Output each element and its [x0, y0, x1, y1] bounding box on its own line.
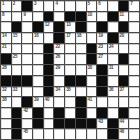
- white-cell-r6c11[interactable]: [108, 54, 118, 64]
- clue-number: 28: [2, 65, 6, 70]
- white-cell-r1c1[interactable]: 1: [1, 1, 11, 11]
- white-cell-r1c10[interactable]: 6: [97, 1, 107, 11]
- white-cell-r10c13[interactable]: [129, 97, 139, 107]
- white-cell-r7c8[interactable]: [76, 65, 86, 75]
- white-cell-r9c9[interactable]: [87, 87, 97, 97]
- white-cell-r7c7[interactable]: [65, 65, 75, 75]
- clue-number: 44: [120, 119, 124, 124]
- white-cell-r2c4[interactable]: [33, 12, 43, 22]
- white-cell-r11c11[interactable]: [108, 108, 118, 118]
- white-cell-r6c6[interactable]: 26: [54, 54, 64, 64]
- black-cell-r1c12: [119, 1, 129, 11]
- white-cell-r3c7[interactable]: 13: [65, 22, 75, 32]
- white-cell-r5c2[interactable]: [12, 44, 22, 54]
- white-cell-r9c2[interactable]: 33: [12, 87, 22, 97]
- white-cell-r7c9[interactable]: 30: [87, 65, 97, 75]
- white-cell-r5c13[interactable]: [129, 44, 139, 54]
- white-cell-r5c8[interactable]: [76, 44, 86, 54]
- white-cell-r6c10[interactable]: 27: [97, 54, 107, 64]
- black-cell-r8c2: [12, 76, 22, 86]
- white-cell-r12c12[interactable]: 44: [119, 119, 129, 129]
- clue-number: 17: [66, 33, 70, 38]
- white-cell-r5c6[interactable]: 22: [54, 44, 64, 54]
- white-cell-r10c7[interactable]: [65, 97, 75, 107]
- white-cell-r9c6[interactable]: 34: [54, 87, 64, 97]
- white-cell-r4c12[interactable]: 20: [119, 33, 129, 43]
- white-cell-r13c3[interactable]: 45: [22, 129, 32, 139]
- black-cell-r2c11: [108, 12, 118, 22]
- white-cell-r2c9[interactable]: 10: [87, 12, 97, 22]
- black-cell-r7c5: [44, 65, 54, 75]
- black-cell-r12c7: [65, 119, 75, 129]
- white-cell-r6c7[interactable]: [65, 54, 75, 64]
- white-cell-r4c10[interactable]: 19: [97, 33, 107, 43]
- black-cell-r8c8: [76, 76, 86, 86]
- clue-number: 2: [13, 1, 15, 6]
- white-cell-r6c2[interactable]: 25: [12, 54, 22, 64]
- clue-number: 31: [109, 65, 113, 70]
- white-cell-r10c9[interactable]: 41: [87, 97, 97, 107]
- white-cell-r5c3[interactable]: [22, 44, 32, 54]
- white-cell-r7c6[interactable]: 29: [54, 65, 64, 75]
- white-cell-r1c13[interactable]: 7: [129, 1, 139, 11]
- black-cell-r9c10: [97, 87, 107, 97]
- black-cell-r10c8: [76, 97, 86, 107]
- white-cell-r5c7[interactable]: [65, 44, 75, 54]
- clue-number: 45: [23, 129, 27, 134]
- white-cell-r5c12[interactable]: [119, 44, 129, 54]
- black-cell-r12c6: [54, 119, 64, 129]
- white-cell-r1c11[interactable]: [108, 1, 118, 11]
- black-cell-r3c2: [12, 22, 22, 32]
- white-cell-r2c6[interactable]: [54, 12, 64, 22]
- clue-number: 27: [98, 54, 102, 59]
- black-cell-r3c12: [119, 22, 129, 32]
- white-cell-r1c9[interactable]: 5: [87, 1, 97, 11]
- clue-number: 37: [120, 87, 124, 92]
- black-cell-r5c5: [44, 44, 54, 54]
- black-cell-r8c10: [97, 76, 107, 86]
- black-cell-r12c4: [33, 119, 43, 129]
- white-cell-r3c5[interactable]: 12: [44, 22, 54, 32]
- white-cell-r1c5[interactable]: [44, 1, 54, 11]
- black-cell-r11c12: [119, 108, 129, 118]
- black-cell-r9c5: [44, 87, 54, 97]
- white-cell-r10c10[interactable]: [97, 97, 107, 107]
- black-cell-r8c3: [22, 76, 32, 86]
- white-cell-r13c9[interactable]: [87, 129, 97, 139]
- white-cell-r12c5[interactable]: [44, 119, 54, 129]
- black-cell-r2c7: [65, 12, 75, 22]
- clue-number: 39: [34, 97, 38, 102]
- white-cell-r4c13[interactable]: [129, 33, 139, 43]
- white-cell-r8c11[interactable]: [108, 76, 118, 86]
- black-cell-r3c10: [97, 22, 107, 32]
- white-cell-r13c1[interactable]: [1, 129, 11, 139]
- black-cell-r5c9: [87, 44, 97, 54]
- black-cell-r8c7: [65, 76, 75, 86]
- white-cell-r6c8[interactable]: [76, 54, 86, 64]
- black-cell-r12c8: [76, 119, 86, 129]
- white-cell-r2c10[interactable]: [97, 12, 107, 22]
- clue-number: 35: [66, 87, 70, 92]
- clue-number: 36: [109, 87, 113, 92]
- white-cell-r5c4[interactable]: [33, 44, 43, 54]
- clue-number: 5: [88, 1, 90, 6]
- clue-number: 16: [34, 33, 38, 38]
- white-cell-r8c4[interactable]: [33, 76, 43, 86]
- black-cell-r7c10: [97, 65, 107, 75]
- white-cell-r4c4[interactable]: 16: [33, 33, 43, 43]
- white-cell-r1c6[interactable]: 4: [54, 1, 64, 11]
- clue-number: 1: [2, 1, 4, 6]
- clue-number: 43: [98, 119, 102, 124]
- clue-number: 18: [77, 33, 81, 38]
- white-cell-r9c13[interactable]: [129, 87, 139, 97]
- black-cell-r2c8: [76, 12, 86, 22]
- clue-number: 34: [55, 87, 59, 92]
- white-cell-r4c2[interactable]: 15: [12, 33, 22, 43]
- white-cell-r10c5[interactable]: 40: [44, 97, 54, 107]
- white-cell-r13c5[interactable]: [44, 129, 54, 139]
- black-cell-r12c2: [12, 119, 22, 129]
- white-cell-r13c12[interactable]: 46: [119, 129, 129, 139]
- white-cell-r9c8[interactable]: [76, 87, 86, 97]
- black-cell-r4c11: [108, 33, 118, 43]
- white-cell-r11c9[interactable]: [87, 108, 97, 118]
- black-cell-r11c6: [54, 108, 64, 118]
- white-cell-r2c1[interactable]: 8: [1, 12, 11, 22]
- white-cell-r3c11[interactable]: [108, 22, 118, 32]
- clue-number: 7: [130, 1, 132, 6]
- black-cell-r3c6: [54, 22, 64, 32]
- clue-number: 4: [55, 1, 57, 6]
- black-cell-r2c5: [44, 12, 54, 22]
- white-cell-r10c1[interactable]: 38: [1, 97, 11, 107]
- white-cell-r7c4[interactable]: [33, 65, 43, 75]
- clue-number: 8: [2, 12, 4, 17]
- black-cell-r1c3: [22, 1, 32, 11]
- black-cell-r8c1: [1, 76, 11, 86]
- white-cell-r4c8[interactable]: 18: [76, 33, 86, 43]
- white-cell-r7c12[interactable]: [119, 65, 129, 75]
- clue-number: 46: [120, 129, 124, 134]
- black-cell-r8c12: [119, 76, 129, 86]
- black-cell-r8c5: [44, 76, 54, 86]
- white-cell-r4c7[interactable]: 17: [65, 33, 75, 43]
- white-cell-r2c13[interactable]: [129, 12, 139, 22]
- clue-number: 21: [2, 44, 6, 49]
- clue-number: 14: [2, 33, 6, 38]
- black-cell-r3c4: [33, 22, 43, 32]
- white-cell-r4c3[interactable]: [22, 33, 32, 43]
- black-cell-r4c6: [54, 33, 64, 43]
- white-cell-r10c4[interactable]: 39: [33, 97, 43, 107]
- white-cell-r3c1[interactable]: [1, 22, 11, 32]
- black-cell-r13c2: [12, 129, 22, 139]
- white-cell-r6c13[interactable]: [129, 54, 139, 64]
- white-cell-r1c7[interactable]: [65, 1, 75, 11]
- white-cell-r9c1[interactable]: 32: [1, 87, 11, 97]
- crossword-grid: 1234567891011121314151617181920212223242…: [0, 0, 140, 140]
- white-cell-r4c9[interactable]: [87, 33, 97, 43]
- white-cell-r8c9[interactable]: [87, 76, 97, 86]
- clue-number: 22: [55, 44, 59, 49]
- white-cell-r13c6[interactable]: [54, 129, 64, 139]
- black-cell-r6c9: [87, 54, 97, 64]
- white-cell-r10c6[interactable]: [54, 97, 64, 107]
- clue-number: 6: [98, 1, 100, 6]
- clue-number: 20: [120, 33, 124, 38]
- white-cell-r3c3[interactable]: [22, 22, 32, 32]
- white-cell-r7c3[interactable]: [22, 65, 32, 75]
- black-cell-r13c11: [108, 129, 118, 139]
- white-cell-r11c13[interactable]: [129, 108, 139, 118]
- white-cell-r11c5[interactable]: [44, 108, 54, 118]
- white-cell-r9c11[interactable]: 36: [108, 87, 118, 97]
- white-cell-r9c12[interactable]: 37: [119, 87, 129, 97]
- white-cell-r7c1[interactable]: 28: [1, 65, 11, 75]
- black-cell-r12c11: [108, 119, 118, 129]
- clue-number: 10: [88, 12, 92, 17]
- clue-number: 13: [66, 22, 70, 27]
- white-cell-r8c13[interactable]: [129, 76, 139, 86]
- white-cell-r9c7[interactable]: 35: [65, 87, 75, 97]
- white-cell-r9c3[interactable]: [22, 87, 32, 97]
- white-cell-r6c3[interactable]: [22, 54, 32, 64]
- black-cell-r10c3: [22, 97, 32, 107]
- black-cell-r11c10: [97, 108, 107, 118]
- white-cell-r13c8[interactable]: [76, 129, 86, 139]
- white-cell-r9c4[interactable]: [33, 87, 43, 97]
- white-cell-r5c1[interactable]: 21: [1, 44, 11, 54]
- white-cell-r3c9[interactable]: [87, 22, 97, 32]
- white-cell-r12c10[interactable]: 43: [97, 119, 107, 129]
- clue-number: 19: [98, 33, 102, 38]
- white-cell-r7c13[interactable]: [129, 65, 139, 75]
- black-cell-r11c8: [76, 108, 86, 118]
- clue-number: 11: [120, 12, 124, 17]
- clue-number: 23: [98, 44, 102, 49]
- white-cell-r10c11[interactable]: [108, 97, 118, 107]
- clue-number: 41: [88, 97, 92, 102]
- clue-number: 9: [23, 12, 25, 17]
- white-cell-r12c1[interactable]: [1, 119, 11, 129]
- white-cell-r1c4[interactable]: 3: [33, 1, 43, 11]
- clue-number: 33: [13, 87, 17, 92]
- white-cell-r7c2[interactable]: [12, 65, 22, 75]
- white-cell-r13c4[interactable]: [33, 129, 43, 139]
- white-cell-r2c12[interactable]: 11: [119, 12, 129, 22]
- black-cell-r11c4: [33, 108, 43, 118]
- white-cell-r8c6[interactable]: [54, 76, 64, 86]
- clue-number: 29: [55, 65, 59, 70]
- black-cell-r6c12: [119, 54, 129, 64]
- white-cell-r5c10[interactable]: 23: [97, 44, 107, 54]
- white-cell-r13c10[interactable]: [97, 129, 107, 139]
- white-cell-r2c3[interactable]: 9: [22, 12, 32, 22]
- white-cell-r6c4[interactable]: [33, 54, 43, 64]
- white-cell-r2c2[interactable]: [12, 12, 22, 22]
- clue-number: 15: [13, 33, 17, 38]
- black-cell-r6c1: [1, 54, 11, 64]
- black-cell-r6c5: [44, 54, 54, 64]
- clue-number: 26: [55, 54, 59, 59]
- white-cell-r1c8[interactable]: [76, 1, 86, 11]
- clue-number: 12: [45, 22, 49, 27]
- clue-number: 42: [23, 108, 27, 113]
- clue-number: 3: [34, 1, 36, 6]
- clue-number: 24: [109, 44, 113, 49]
- clue-number: 38: [2, 97, 6, 102]
- white-cell-r10c2[interactable]: [12, 97, 22, 107]
- white-cell-r10c12[interactable]: [119, 97, 129, 107]
- white-cell-r12c3[interactable]: [22, 119, 32, 129]
- black-cell-r11c2: [12, 108, 22, 118]
- white-cell-r11c7[interactable]: [65, 108, 75, 118]
- white-cell-r3c13[interactable]: [129, 22, 139, 32]
- clue-number: 32: [2, 87, 6, 92]
- clue-number: 30: [88, 65, 92, 70]
- white-cell-r7c11[interactable]: 31: [108, 65, 118, 75]
- white-cell-r1c2[interactable]: 2: [12, 1, 22, 11]
- clue-number: 40: [45, 97, 49, 102]
- white-cell-r11c3[interactable]: 42: [22, 108, 32, 118]
- black-cell-r3c8: [76, 22, 86, 32]
- white-cell-r11c1[interactable]: [1, 108, 11, 118]
- white-cell-r13c7[interactable]: [65, 129, 75, 139]
- white-cell-r4c5[interactable]: [44, 33, 54, 43]
- black-cell-r12c9: [87, 119, 97, 129]
- white-cell-r12c13[interactable]: [129, 119, 139, 129]
- white-cell-r4c1[interactable]: 14: [1, 33, 11, 43]
- white-cell-r5c11[interactable]: 24: [108, 44, 118, 54]
- clue-number: 25: [13, 54, 17, 59]
- white-cell-r13c13[interactable]: [129, 129, 139, 139]
